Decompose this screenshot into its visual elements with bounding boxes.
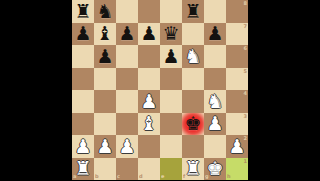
square-f3[interactable]: ♚ xyxy=(182,113,204,136)
square-c6[interactable] xyxy=(116,45,138,68)
square-a1[interactable]: ♜a xyxy=(72,158,94,181)
square-f5[interactable] xyxy=(182,68,204,91)
white-rook-piece[interactable]: ♜ xyxy=(184,159,201,178)
square-f2[interactable] xyxy=(182,135,204,158)
black-pawn-piece[interactable]: ♟ xyxy=(162,47,179,66)
square-f1[interactable]: ♜f xyxy=(182,158,204,181)
square-b7[interactable]: ♝ xyxy=(94,23,116,46)
square-b8[interactable]: ♞ xyxy=(94,0,116,23)
square-h3[interactable]: 3 xyxy=(226,113,248,136)
video-frame: ♜♞♜8♟♝♟♟♛♟7♟♟♞65♟♞4♝♚♟3♟♟♟♟2♜abcde♜f♚g1h xyxy=(0,0,320,180)
black-bishop-piece[interactable]: ♝ xyxy=(96,24,113,43)
black-pawn-piece[interactable]: ♟ xyxy=(140,24,157,43)
black-pawn-piece[interactable]: ♟ xyxy=(118,24,135,43)
file-label-b: b xyxy=(95,174,99,179)
square-c2[interactable]: ♟ xyxy=(116,135,138,158)
white-king-piece[interactable]: ♚ xyxy=(206,159,223,178)
rank-label-7: 7 xyxy=(244,24,247,29)
rank-label-1: 1 xyxy=(244,159,247,164)
square-c7[interactable]: ♟ xyxy=(116,23,138,46)
file-label-c: c xyxy=(117,174,120,179)
square-f4[interactable] xyxy=(182,90,204,113)
white-pawn-piece[interactable]: ♟ xyxy=(74,137,91,156)
white-bishop-piece[interactable]: ♝ xyxy=(140,114,157,133)
black-pawn-piece[interactable]: ♟ xyxy=(74,24,91,43)
black-pawn-piece[interactable]: ♟ xyxy=(206,24,223,43)
rank-label-8: 8 xyxy=(244,1,247,6)
white-pawn-piece[interactable]: ♟ xyxy=(206,114,223,133)
square-f6[interactable]: ♞ xyxy=(182,45,204,68)
square-c5[interactable] xyxy=(116,68,138,91)
black-king-piece[interactable]: ♚ xyxy=(184,114,201,133)
square-e1[interactable]: e xyxy=(160,158,182,181)
square-d4[interactable]: ♟ xyxy=(138,90,160,113)
square-b2[interactable]: ♟ xyxy=(94,135,116,158)
square-a8[interactable]: ♜ xyxy=(72,0,94,23)
square-e4[interactable] xyxy=(160,90,182,113)
file-label-a: a xyxy=(73,174,76,179)
square-g1[interactable]: ♚g xyxy=(204,158,226,181)
square-b5[interactable] xyxy=(94,68,116,91)
black-pawn-piece[interactable]: ♟ xyxy=(96,47,113,66)
square-e8[interactable] xyxy=(160,0,182,23)
square-h4[interactable]: 4 xyxy=(226,90,248,113)
square-e2[interactable] xyxy=(160,135,182,158)
black-knight-piece[interactable]: ♞ xyxy=(96,2,113,21)
square-d2[interactable] xyxy=(138,135,160,158)
white-pawn-piece[interactable]: ♟ xyxy=(140,92,157,111)
white-rook-piece[interactable]: ♜ xyxy=(74,159,91,178)
black-rook-piece[interactable]: ♜ xyxy=(184,2,201,21)
square-d8[interactable] xyxy=(138,0,160,23)
square-a4[interactable] xyxy=(72,90,94,113)
square-g7[interactable]: ♟ xyxy=(204,23,226,46)
square-e3[interactable] xyxy=(160,113,182,136)
white-knight-piece[interactable]: ♞ xyxy=(184,47,201,66)
square-c8[interactable] xyxy=(116,0,138,23)
file-label-h: h xyxy=(227,174,231,179)
square-h2[interactable]: ♟2 xyxy=(226,135,248,158)
file-label-d: d xyxy=(139,174,143,179)
square-a3[interactable] xyxy=(72,113,94,136)
square-f7[interactable] xyxy=(182,23,204,46)
square-h6[interactable]: 6 xyxy=(226,45,248,68)
square-a7[interactable]: ♟ xyxy=(72,23,94,46)
square-e6[interactable]: ♟ xyxy=(160,45,182,68)
square-b1[interactable]: b xyxy=(94,158,116,181)
square-h1[interactable]: 1h xyxy=(226,158,248,181)
white-pawn-piece[interactable]: ♟ xyxy=(96,137,113,156)
square-d1[interactable]: d xyxy=(138,158,160,181)
square-g3[interactable]: ♟ xyxy=(204,113,226,136)
rank-label-4: 4 xyxy=(244,91,247,96)
square-g8[interactable] xyxy=(204,0,226,23)
square-a5[interactable] xyxy=(72,68,94,91)
square-d6[interactable] xyxy=(138,45,160,68)
square-g4[interactable]: ♞ xyxy=(204,90,226,113)
square-c4[interactable] xyxy=(116,90,138,113)
file-label-g: g xyxy=(205,174,209,179)
rank-label-2: 2 xyxy=(244,136,247,141)
square-e5[interactable] xyxy=(160,68,182,91)
square-h7[interactable]: 7 xyxy=(226,23,248,46)
rank-label-5: 5 xyxy=(244,69,247,74)
black-rook-piece[interactable]: ♜ xyxy=(74,2,91,21)
black-queen-piece[interactable]: ♛ xyxy=(162,24,179,43)
square-h8[interactable]: 8 xyxy=(226,0,248,23)
square-h5[interactable]: 5 xyxy=(226,68,248,91)
square-e7[interactable]: ♛ xyxy=(160,23,182,46)
square-b6[interactable]: ♟ xyxy=(94,45,116,68)
square-c3[interactable] xyxy=(116,113,138,136)
square-d5[interactable] xyxy=(138,68,160,91)
white-pawn-piece[interactable]: ♟ xyxy=(118,137,135,156)
white-knight-piece[interactable]: ♞ xyxy=(206,92,223,111)
square-c1[interactable]: c xyxy=(116,158,138,181)
square-a2[interactable]: ♟ xyxy=(72,135,94,158)
square-g5[interactable] xyxy=(204,68,226,91)
square-a6[interactable] xyxy=(72,45,94,68)
square-g2[interactable] xyxy=(204,135,226,158)
square-b4[interactable] xyxy=(94,90,116,113)
file-label-e: e xyxy=(161,174,164,179)
square-d3[interactable]: ♝ xyxy=(138,113,160,136)
square-f8[interactable]: ♜ xyxy=(182,0,204,23)
square-d7[interactable]: ♟ xyxy=(138,23,160,46)
square-g6[interactable] xyxy=(204,45,226,68)
square-b3[interactable] xyxy=(94,113,116,136)
rank-label-3: 3 xyxy=(244,114,247,119)
rank-label-6: 6 xyxy=(244,46,247,51)
file-label-f: f xyxy=(183,174,185,179)
chess-board: ♜♞♜8♟♝♟♟♛♟7♟♟♞65♟♞4♝♚♟3♟♟♟♟2♜abcde♜f♚g1h xyxy=(72,0,248,180)
